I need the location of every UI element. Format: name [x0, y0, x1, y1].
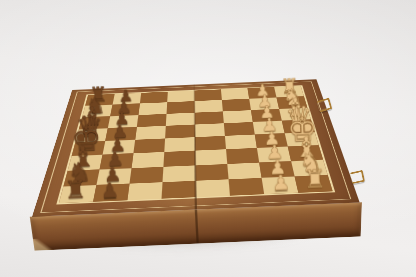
square-r4c6 [224, 122, 255, 136]
square-r7c6 [227, 162, 261, 179]
square-r7c3 [129, 167, 163, 184]
square-r5c8: ♚ [285, 132, 319, 147]
square-r2c7: ♟ [249, 98, 279, 110]
square-r4c7: ♟ [253, 121, 285, 135]
square-r4c2: ♟ [105, 127, 137, 141]
front-fold-seam [195, 210, 199, 244]
square-r5c6 [225, 135, 257, 150]
square-r6c6 [226, 148, 259, 164]
square-r1c2: ♟ [113, 93, 142, 105]
piece-white-pawn: ♟ [259, 104, 275, 122]
square-r7c7: ♟ [259, 161, 294, 178]
square-r7c5 [195, 164, 228, 181]
square-r8c5 [196, 179, 230, 197]
chess-set: ♜♟♟♜♞♟♟♞♝♟♟♝♛♟♟♛♚♟♟♚♝♟♟♝♞♟♟♞♜♟♟♜ [32, 79, 360, 216]
square-r8c8: ♜ [295, 175, 333, 193]
square-r7c1: ♞ [63, 169, 99, 186]
square-r6c1: ♝ [68, 155, 103, 171]
square-r5c5 [195, 136, 226, 151]
piece-black-knight: ♞ [67, 159, 92, 186]
square-r7c2: ♟ [96, 168, 131, 185]
square-r4c1: ♛ [75, 128, 107, 142]
playing-grid: ♜♟♟♜♞♟♟♞♝♟♟♝♛♟♟♛♚♟♟♚♝♟♟♝♞♟♟♞♜♟♟♜ [56, 85, 335, 204]
square-r8c3 [127, 182, 162, 200]
square-r6c8: ♝ [288, 145, 323, 161]
square-r8c7: ♟ [262, 176, 299, 194]
square-r6c5 [195, 149, 227, 165]
square-r2c8: ♞ [277, 96, 308, 108]
piece-white-pawn: ♟ [255, 81, 270, 98]
square-r6c3 [132, 152, 165, 168]
square-r1c7: ♟ [248, 87, 277, 99]
square-r8c2: ♟ [93, 184, 129, 202]
square-r6c4 [163, 151, 195, 167]
chessboard-top: ♜♟♟♜♞♟♟♞♝♟♟♝♛♟♟♛♚♟♟♚♝♟♟♝♞♟♟♞♜♟♟♜ [32, 79, 360, 216]
photo-scene: ♜♟♟♜♞♟♟♞♝♟♟♝♛♟♟♛♚♟♟♚♝♟♟♝♞♟♟♞♜♟♟♜ [0, 0, 416, 277]
square-r4c4 [165, 124, 195, 138]
square-r8c6 [229, 178, 265, 196]
square-r4c3 [135, 126, 166, 140]
square-r5c4 [164, 137, 195, 152]
square-r2c4 [167, 101, 195, 114]
square-r3c6 [223, 110, 253, 123]
square-r7c4 [163, 165, 196, 182]
piece-black-pawn: ♟ [118, 87, 133, 104]
square-r6c7: ♟ [257, 147, 291, 163]
square-r5c7: ♟ [255, 133, 288, 148]
square-r1c3 [140, 92, 168, 104]
square-r3c4 [166, 112, 195, 125]
square-r5c3 [133, 138, 165, 153]
piece-white-bishop: ♝ [293, 132, 319, 161]
square-r7c8: ♞ [291, 160, 328, 177]
square-r3c1: ♝ [79, 116, 110, 129]
square-r8c4 [162, 181, 196, 199]
square-r6c2: ♟ [100, 153, 134, 169]
square-r8c1: ♜ [59, 185, 97, 203]
square-r4c8: ♛ [282, 119, 315, 133]
square-r4c5 [195, 123, 225, 137]
